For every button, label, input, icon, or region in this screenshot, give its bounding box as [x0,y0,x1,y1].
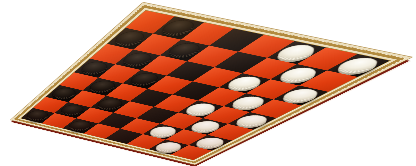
board-border-gold-band [13,5,405,164]
board-border-inner [18,8,397,162]
photo-canvas [0,0,416,166]
checkers-board [10,2,413,165]
board-border-outer [10,2,413,165]
